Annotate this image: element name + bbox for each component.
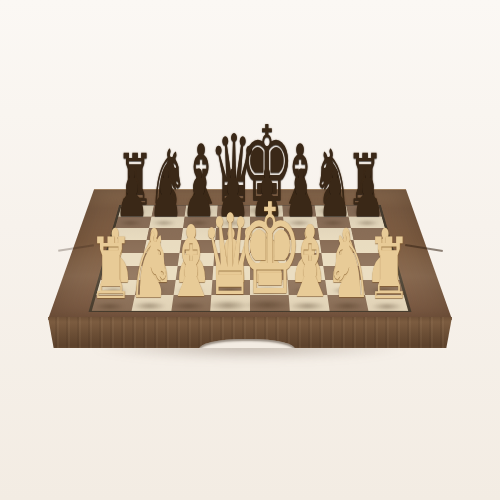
chess-set-photo: ♜♞♝♛♚♝♞♜♟♟♟♟♟♟♟♟♟♟♟♟♟♟♟♟♜♞♝♛♚♝♞♜ <box>0 0 500 500</box>
handle-notch <box>199 339 295 349</box>
piece-white-knight-g1[interactable]: ♞ <box>326 221 373 311</box>
piece-white-rook-h1[interactable]: ♜ <box>367 227 411 311</box>
